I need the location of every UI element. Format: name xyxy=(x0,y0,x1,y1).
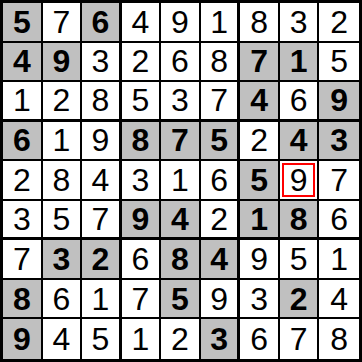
cell-r4c6[interactable]: 5 xyxy=(201,122,241,162)
cell-r2c3[interactable]: 3 xyxy=(82,43,122,83)
cell-r7c8[interactable]: 5 xyxy=(280,240,320,280)
cell-r8c9[interactable]: 4 xyxy=(319,280,359,320)
cell-r8c8[interactable]: 2 xyxy=(280,280,320,320)
cell-r1c2[interactable]: 7 xyxy=(43,3,83,43)
cell-r7c5[interactable]: 8 xyxy=(161,240,201,280)
cell-r9c2[interactable]: 4 xyxy=(43,319,83,359)
cell-r5c5[interactable]: 1 xyxy=(161,161,201,201)
cell-r4c1[interactable]: 6 xyxy=(3,122,43,162)
cell-r7c4[interactable]: 6 xyxy=(122,240,162,280)
cell-r2c9[interactable]: 5 xyxy=(319,43,359,83)
cell-r2c4[interactable]: 2 xyxy=(122,43,162,83)
cell-r5c4[interactable]: 3 xyxy=(122,161,162,201)
cell-r3c3[interactable]: 8 xyxy=(82,82,122,122)
cell-r7c3[interactable]: 2 xyxy=(82,240,122,280)
cell-r7c9[interactable]: 1 xyxy=(319,240,359,280)
cell-r6c6[interactable]: 2 xyxy=(201,201,241,241)
cell-r6c8[interactable]: 8 xyxy=(280,201,320,241)
cell-r4c9[interactable]: 3 xyxy=(319,122,359,162)
selected-cell-highlight xyxy=(282,163,316,197)
cell-r8c6[interactable]: 9 xyxy=(201,280,241,320)
cell-r4c8[interactable]: 4 xyxy=(280,122,320,162)
cell-r9c8[interactable]: 7 xyxy=(280,319,320,359)
cell-r6c2[interactable]: 5 xyxy=(43,201,83,241)
cell-r8c2[interactable]: 6 xyxy=(43,280,83,320)
cell-r9c3[interactable]: 5 xyxy=(82,319,122,359)
cell-r2c2[interactable]: 9 xyxy=(43,43,83,83)
cell-r7c6[interactable]: 4 xyxy=(201,240,241,280)
cell-r3c1[interactable]: 1 xyxy=(3,82,43,122)
cell-r4c3[interactable]: 9 xyxy=(82,122,122,162)
cell-r4c2[interactable]: 1 xyxy=(43,122,83,162)
cell-r6c4[interactable]: 9 xyxy=(122,201,162,241)
cell-r9c1[interactable]: 9 xyxy=(3,319,43,359)
cell-r3c9[interactable]: 9 xyxy=(319,82,359,122)
cell-r1c3[interactable]: 6 xyxy=(82,3,122,43)
cell-r1c5[interactable]: 9 xyxy=(161,3,201,43)
cell-r3c5[interactable]: 3 xyxy=(161,82,201,122)
cell-r2c7[interactable]: 7 xyxy=(240,43,280,83)
cell-r1c1[interactable]: 5 xyxy=(3,3,43,43)
cell-r2c8[interactable]: 1 xyxy=(280,43,320,83)
cell-r7c2[interactable]: 3 xyxy=(43,240,83,280)
cell-r6c5[interactable]: 4 xyxy=(161,201,201,241)
cell-r7c7[interactable]: 9 xyxy=(240,240,280,280)
cell-r5c9[interactable]: 7 xyxy=(319,161,359,201)
cell-r2c6[interactable]: 8 xyxy=(201,43,241,83)
cell-r2c5[interactable]: 6 xyxy=(161,43,201,83)
cell-r9c5[interactable]: 2 xyxy=(161,319,201,359)
cell-r8c5[interactable]: 5 xyxy=(161,280,201,320)
cell-r3c2[interactable]: 2 xyxy=(43,82,83,122)
cell-r4c7[interactable]: 2 xyxy=(240,122,280,162)
cell-r1c6[interactable]: 1 xyxy=(201,3,241,43)
cell-r5c8[interactable]: 9 xyxy=(280,161,320,201)
cell-r9c9[interactable]: 8 xyxy=(319,319,359,359)
cell-r4c5[interactable]: 7 xyxy=(161,122,201,162)
cell-r9c4[interactable]: 1 xyxy=(122,319,162,359)
cell-r5c6[interactable]: 6 xyxy=(201,161,241,201)
cell-r8c3[interactable]: 1 xyxy=(82,280,122,320)
cell-r4c4[interactable]: 8 xyxy=(122,122,162,162)
cell-r9c6[interactable]: 3 xyxy=(201,319,241,359)
cell-r7c1[interactable]: 7 xyxy=(3,240,43,280)
cell-r5c3[interactable]: 4 xyxy=(82,161,122,201)
cell-r6c1[interactable]: 3 xyxy=(3,201,43,241)
cell-r1c7[interactable]: 8 xyxy=(240,3,280,43)
cell-r6c7[interactable]: 1 xyxy=(240,201,280,241)
cell-r1c8[interactable]: 3 xyxy=(280,3,320,43)
cell-r8c7[interactable]: 3 xyxy=(240,280,280,320)
cell-r3c6[interactable]: 7 xyxy=(201,82,241,122)
cell-r1c4[interactable]: 4 xyxy=(122,3,162,43)
sudoku-board: 5764918324932687151285374696198752432843… xyxy=(0,0,362,362)
cell-r8c1[interactable]: 8 xyxy=(3,280,43,320)
cell-r5c2[interactable]: 8 xyxy=(43,161,83,201)
cell-r3c7[interactable]: 4 xyxy=(240,82,280,122)
cell-r1c9[interactable]: 2 xyxy=(319,3,359,43)
cell-r3c8[interactable]: 6 xyxy=(280,82,320,122)
cell-r3c4[interactable]: 5 xyxy=(122,82,162,122)
cell-r6c9[interactable]: 6 xyxy=(319,201,359,241)
cell-r6c3[interactable]: 7 xyxy=(82,201,122,241)
cell-r2c1[interactable]: 4 xyxy=(3,43,43,83)
cell-r5c7[interactable]: 5 xyxy=(240,161,280,201)
cell-r8c4[interactable]: 7 xyxy=(122,280,162,320)
cell-r5c1[interactable]: 2 xyxy=(3,161,43,201)
cell-r9c7[interactable]: 6 xyxy=(240,319,280,359)
